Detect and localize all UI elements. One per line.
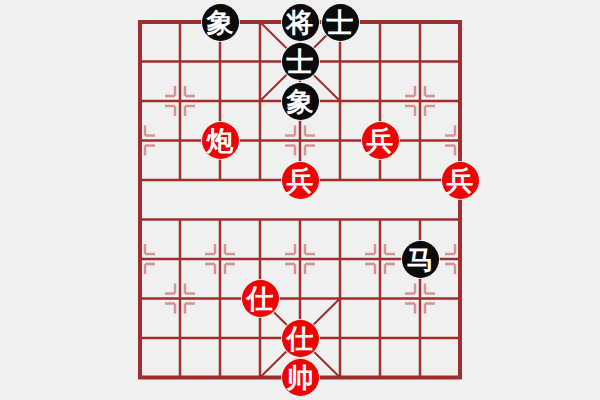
xiangqi-board[interactable]: 象将士士象炮兵兵兵马仕仕帅 — [120, 2, 480, 397]
red-pawn[interactable]: 兵 — [282, 162, 319, 199]
red-pawn[interactable]: 兵 — [362, 122, 399, 159]
black-elephant[interactable]: 象 — [282, 83, 319, 120]
black-horse[interactable]: 马 — [402, 241, 439, 278]
black-advisor[interactable]: 士 — [322, 4, 359, 41]
red-pawn[interactable]: 兵 — [442, 162, 479, 199]
red-general[interactable]: 帅 — [282, 359, 319, 396]
black-advisor[interactable]: 士 — [282, 43, 319, 80]
black-general[interactable]: 将 — [282, 4, 319, 41]
red-advisor[interactable]: 仕 — [242, 280, 279, 317]
red-cannon[interactable]: 炮 — [202, 122, 239, 159]
xiangqi-app: 象将士士象炮兵兵兵马仕仕帅 — [0, 0, 600, 400]
black-elephant[interactable]: 象 — [202, 4, 239, 41]
red-advisor[interactable]: 仕 — [282, 320, 319, 357]
